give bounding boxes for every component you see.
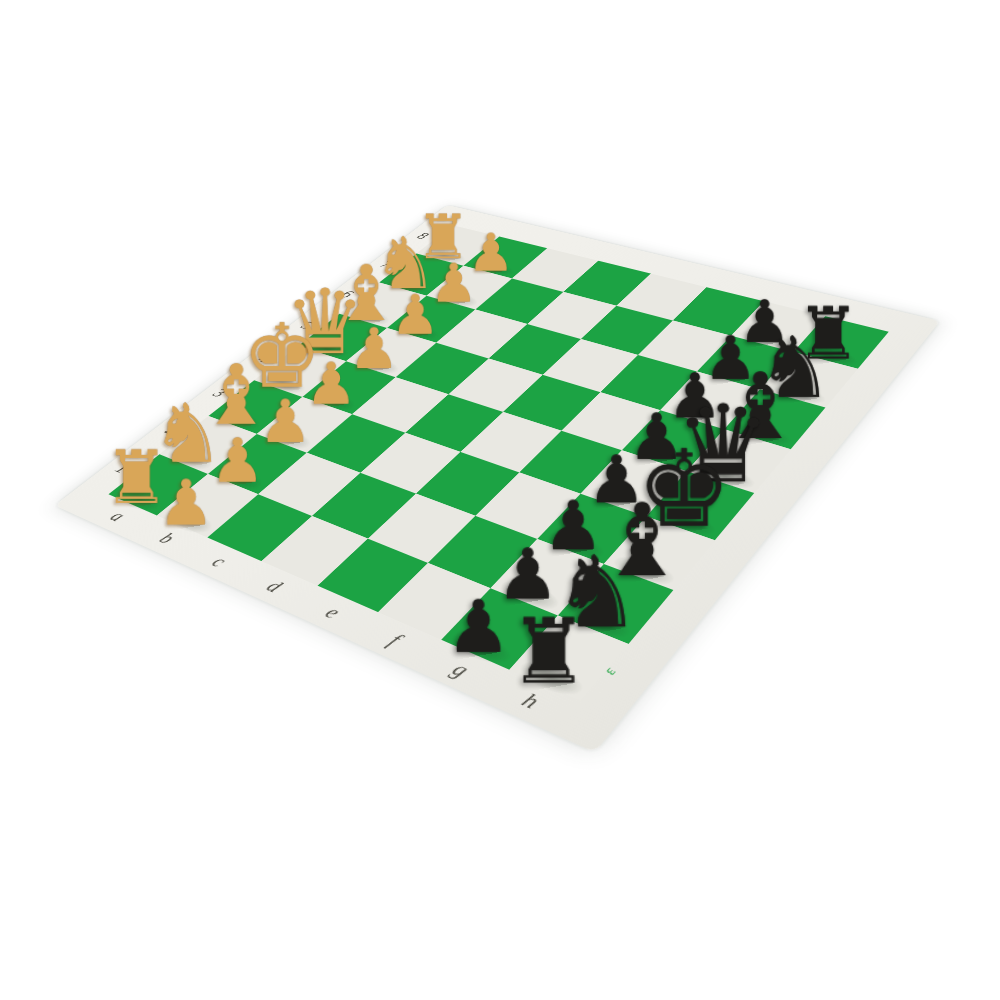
vinyl-chess-mat: ♜♟♟♜♞♟♟♞♝♟♟♝♛♟♟♛♚♟♟♚♝♟♟♝♞♟♟♞♜♟♟♜ abcdefg… [55,205,940,753]
square-b2[interactable]: ♟ [208,434,307,494]
piece-white-pawn-b1[interactable]: ♟ [158,471,214,523]
product-photo: ♜♟♟♜♞♟♟♞♝♟♟♝♛♟♟♛♚♟♟♚♝♟♟♝♞♟♟♞♜♟♟♜ abcdefg… [0,0,1000,1000]
pawn-glyph: ♟ [210,430,265,491]
piece-black-pawn-g1[interactable]: ♟ [446,590,511,650]
piece-black-rook-h1[interactable]: ♜ [508,606,589,680]
piece-white-pawn-b4[interactable]: ♟ [305,355,357,402]
chess-board: ♜♟♟♜♞♟♟♞♝♟♟♝♛♟♟♛♚♟♟♚♝♟♟♝♞♟♟♞♜♟♟♜ [108,225,888,701]
piece-white-pawn-b3[interactable]: ♟ [259,391,312,440]
piece-white-pawn-b2[interactable]: ♟ [210,430,265,480]
